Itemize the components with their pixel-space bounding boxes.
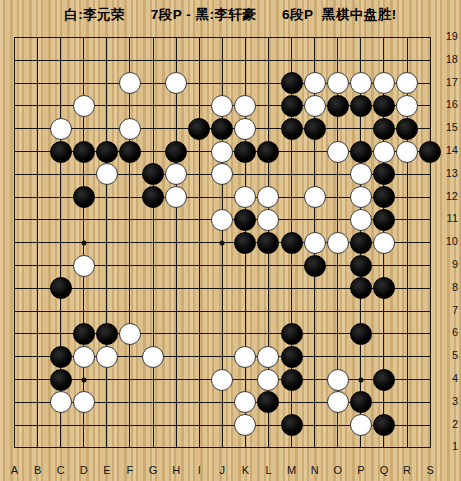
stone-black-N9[interactable] [304,255,326,277]
col-label-A: A [11,464,18,476]
col-label-Q: Q [380,464,389,476]
stone-black-Q13[interactable] [373,163,395,185]
stone-white-E5[interactable] [96,346,118,368]
stone-white-O4[interactable] [327,369,349,391]
game-info-header: 白:李元荣 7段P - 黑:李轩豪 6段P 黑棋中盘胜! [0,6,461,24]
stone-black-J15[interactable] [211,118,233,140]
stone-white-H13[interactable] [165,163,187,185]
col-label-P: P [357,464,364,476]
stone-black-Q15[interactable] [373,118,395,140]
stone-black-D6[interactable] [73,323,95,345]
stone-white-K15[interactable] [234,118,256,140]
grid-line-horizontal [14,447,431,448]
stone-white-F15[interactable] [119,118,141,140]
stone-black-F14[interactable] [119,141,141,163]
star-point [220,240,225,245]
stone-black-G13[interactable] [142,163,164,185]
stone-black-P14[interactable] [350,141,372,163]
stone-white-L5[interactable] [257,346,279,368]
grid-line-vertical [430,37,431,448]
stone-white-K12[interactable] [234,186,256,208]
stone-white-N10[interactable] [304,232,326,254]
row-label-2: 2 [436,418,458,430]
row-label-6: 6 [436,326,458,338]
stone-white-H17[interactable] [165,72,187,94]
stone-black-M5[interactable] [281,346,303,368]
stone-black-P3[interactable] [350,391,372,413]
stone-white-Q14[interactable] [373,141,395,163]
stone-white-D9[interactable] [73,255,95,277]
col-label-O: O [333,464,342,476]
stone-black-Q8[interactable] [373,277,395,299]
stone-black-C14[interactable] [50,141,72,163]
stone-white-D3[interactable] [73,391,95,413]
row-label-13: 13 [436,167,458,179]
stone-black-C4[interactable] [50,369,72,391]
stone-black-P6[interactable] [350,323,372,345]
stone-white-C3[interactable] [50,391,72,413]
col-label-C: C [57,464,65,476]
row-label-1: 1 [436,440,458,452]
stone-black-K11[interactable] [234,209,256,231]
row-label-19: 19 [436,30,458,42]
row-label-14: 14 [436,144,458,156]
col-label-J: J [220,464,226,476]
stone-black-R15[interactable] [396,118,418,140]
stone-black-M10[interactable] [281,232,303,254]
row-label-3: 3 [436,395,458,407]
stone-white-D5[interactable] [73,346,95,368]
row-label-8: 8 [436,281,458,293]
stone-black-Q12[interactable] [373,186,395,208]
col-label-L: L [265,464,271,476]
go-game-screen: 白:李元荣 7段P - 黑:李轩豪 6段P 黑棋中盘胜! ABCDEFGHIJK… [0,0,461,481]
stone-black-D14[interactable] [73,141,95,163]
grid-line-horizontal [14,311,431,312]
stone-white-P2[interactable] [350,414,372,436]
stone-black-L10[interactable] [257,232,279,254]
stone-black-P16[interactable] [350,95,372,117]
stone-white-D16[interactable] [73,95,95,117]
col-label-D: D [80,464,88,476]
stone-white-F17[interactable] [119,72,141,94]
stone-white-O3[interactable] [327,391,349,413]
star-point [358,377,363,382]
stone-white-R16[interactable] [396,95,418,117]
stone-white-L12[interactable] [257,186,279,208]
col-label-S: S [426,464,433,476]
stone-black-G12[interactable] [142,186,164,208]
row-label-11: 11 [436,212,458,224]
stone-black-Q4[interactable] [373,369,395,391]
stone-black-P9[interactable] [350,255,372,277]
stone-white-K16[interactable] [234,95,256,117]
col-label-N: N [311,464,319,476]
stone-white-P11[interactable] [350,209,372,231]
stone-white-Q17[interactable] [373,72,395,94]
stone-black-Q16[interactable] [373,95,395,117]
stone-white-R14[interactable] [396,141,418,163]
row-label-15: 15 [436,121,458,133]
stone-white-N12[interactable] [304,186,326,208]
stone-black-Q2[interactable] [373,414,395,436]
stone-black-C8[interactable] [50,277,72,299]
row-label-12: 12 [436,190,458,202]
stone-white-P12[interactable] [350,186,372,208]
col-label-K: K [242,464,249,476]
row-label-10: 10 [436,235,458,247]
row-label-4: 4 [436,372,458,384]
stone-white-R17[interactable] [396,72,418,94]
row-label-7: 7 [436,304,458,316]
col-label-G: G [149,464,158,476]
stone-black-K10[interactable] [234,232,256,254]
stone-black-L3[interactable] [257,391,279,413]
stone-white-K2[interactable] [234,414,256,436]
stone-white-F6[interactable] [119,323,141,345]
stone-white-E13[interactable] [96,163,118,185]
stone-white-J11[interactable] [211,209,233,231]
col-label-R: R [403,464,411,476]
row-label-9: 9 [436,258,458,270]
col-label-F: F [127,464,134,476]
row-label-16: 16 [436,98,458,110]
stone-black-O16[interactable] [327,95,349,117]
stone-white-C15[interactable] [50,118,72,140]
col-label-I: I [198,464,201,476]
stone-white-J14[interactable] [211,141,233,163]
row-label-17: 17 [436,76,458,88]
stone-black-M6[interactable] [281,323,303,345]
stone-black-N15[interactable] [304,118,326,140]
stone-black-Q11[interactable] [373,209,395,231]
stone-black-E14[interactable] [96,141,118,163]
stone-white-K3[interactable] [234,391,256,413]
col-label-E: E [103,464,110,476]
col-label-H: H [172,464,180,476]
row-label-18: 18 [436,53,458,65]
stone-white-Q10[interactable] [373,232,395,254]
stone-black-I15[interactable] [188,118,210,140]
stone-black-M2[interactable] [281,414,303,436]
stone-white-K5[interactable] [234,346,256,368]
stone-black-H14[interactable] [165,141,187,163]
stone-white-H12[interactable] [165,186,187,208]
col-label-B: B [34,464,41,476]
stone-black-D12[interactable] [73,186,95,208]
star-point [81,240,86,245]
stone-white-P13[interactable] [350,163,372,185]
stone-black-M15[interactable] [281,118,303,140]
stone-white-G5[interactable] [142,346,164,368]
stone-white-N16[interactable] [304,95,326,117]
stone-white-N17[interactable] [304,72,326,94]
stone-white-O17[interactable] [327,72,349,94]
col-label-M: M [287,464,296,476]
stone-black-E6[interactable] [96,323,118,345]
stone-white-L4[interactable] [257,369,279,391]
stone-black-K14[interactable] [234,141,256,163]
stone-black-C5[interactable] [50,346,72,368]
stone-black-L14[interactable] [257,141,279,163]
stone-black-P10[interactable] [350,232,372,254]
stone-white-O10[interactable] [327,232,349,254]
stone-white-J4[interactable] [211,369,233,391]
stone-white-J16[interactable] [211,95,233,117]
star-point [81,377,86,382]
stone-white-L11[interactable] [257,209,279,231]
stone-black-M16[interactable] [281,95,303,117]
stone-black-M4[interactable] [281,369,303,391]
stone-black-P8[interactable] [350,277,372,299]
stone-white-O14[interactable] [327,141,349,163]
stone-white-J13[interactable] [211,163,233,185]
stone-black-M17[interactable] [281,72,303,94]
row-label-5: 5 [436,349,458,361]
stone-white-P17[interactable] [350,72,372,94]
